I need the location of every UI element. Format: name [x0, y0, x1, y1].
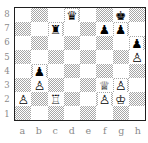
rank-label-6: 6	[4, 38, 9, 47]
square-f5[interactable]	[96, 50, 112, 64]
square-h5[interactable]: ♙	[129, 50, 145, 64]
piece-white-queen: ♕	[98, 79, 111, 92]
square-b3[interactable]: ♙	[31, 78, 47, 92]
file-label-b: b	[36, 126, 42, 136]
chess-diagram: 87654321 ♛♚♜♟♟♟♙♟♙♕♙♙♖♙♔ abcdefgh	[0, 0, 148, 143]
square-b6[interactable]	[31, 36, 47, 50]
square-a8[interactable]	[15, 8, 31, 22]
square-d1[interactable]	[64, 106, 80, 120]
square-d2[interactable]	[64, 92, 80, 106]
square-b8[interactable]	[31, 8, 47, 22]
square-f7[interactable]: ♟	[96, 22, 112, 36]
square-f4[interactable]	[96, 64, 112, 78]
square-a1[interactable]	[15, 106, 31, 120]
square-b2[interactable]	[31, 92, 47, 106]
rank-label-7: 7	[4, 24, 9, 33]
square-a6[interactable]	[15, 36, 31, 50]
rank-label-8: 8	[4, 10, 9, 19]
square-a4[interactable]	[15, 64, 31, 78]
square-a2[interactable]: ♙	[15, 92, 31, 106]
piece-white-pawn: ♙	[98, 93, 111, 106]
square-d6[interactable]	[64, 36, 80, 50]
file-label-g: g	[118, 126, 124, 136]
square-g4[interactable]	[113, 64, 129, 78]
piece-black-king: ♚	[114, 9, 127, 22]
square-h3[interactable]	[129, 78, 145, 92]
piece-white-king: ♔	[114, 93, 127, 106]
square-b5[interactable]	[31, 50, 47, 64]
square-d5[interactable]	[64, 50, 80, 64]
square-h4[interactable]	[129, 64, 145, 78]
square-f6[interactable]	[96, 36, 112, 50]
square-h2[interactable]	[129, 92, 145, 106]
square-g1[interactable]	[113, 106, 129, 120]
square-g3[interactable]: ♙	[113, 78, 129, 92]
piece-black-pawn: ♟	[114, 23, 127, 36]
square-h7[interactable]	[129, 22, 145, 36]
square-a3[interactable]	[15, 78, 31, 92]
square-f3[interactable]: ♕	[96, 78, 112, 92]
rank-label-5: 5	[4, 53, 9, 62]
square-c7[interactable]: ♜	[48, 22, 64, 36]
square-h6[interactable]: ♟	[129, 36, 145, 50]
piece-black-pawn: ♟	[130, 37, 143, 50]
square-e1[interactable]	[80, 106, 96, 120]
file-label-e: e	[85, 126, 91, 136]
square-c6[interactable]	[48, 36, 64, 50]
square-g8[interactable]: ♚	[113, 8, 129, 22]
square-b7[interactable]	[31, 22, 47, 36]
file-label-h: h	[135, 126, 141, 136]
rank-label-3: 3	[4, 81, 9, 90]
square-d8[interactable]: ♛	[64, 8, 80, 22]
square-b1[interactable]	[31, 106, 47, 120]
square-e8[interactable]	[80, 8, 96, 22]
piece-white-rook: ♖	[49, 93, 62, 106]
square-e5[interactable]	[80, 50, 96, 64]
file-label-a: a	[19, 126, 25, 136]
square-e4[interactable]	[80, 64, 96, 78]
chess-board: ♛♚♜♟♟♟♙♟♙♕♙♙♖♙♔	[15, 8, 145, 120]
rank-label-4: 4	[4, 67, 9, 76]
square-c4[interactable]	[48, 64, 64, 78]
board-frame: ♛♚♜♟♟♟♙♟♙♕♙♙♖♙♔	[14, 7, 146, 121]
square-d3[interactable]	[64, 78, 80, 92]
square-h1[interactable]	[129, 106, 145, 120]
piece-white-pawn: ♙	[33, 79, 46, 92]
square-g5[interactable]	[113, 50, 129, 64]
square-c3[interactable]	[48, 78, 64, 92]
piece-white-pawn: ♙	[130, 51, 143, 64]
square-d4[interactable]	[64, 64, 80, 78]
square-c5[interactable]	[48, 50, 64, 64]
square-a5[interactable]	[15, 50, 31, 64]
square-a7[interactable]	[15, 22, 31, 36]
square-d7[interactable]	[64, 22, 80, 36]
piece-black-pawn: ♟	[33, 65, 46, 78]
square-h8[interactable]	[129, 8, 145, 22]
file-label-c: c	[53, 126, 58, 136]
file-labels: abcdefgh	[14, 123, 146, 139]
square-e3[interactable]	[80, 78, 96, 92]
square-f1[interactable]	[96, 106, 112, 120]
square-c1[interactable]	[48, 106, 64, 120]
square-e6[interactable]	[80, 36, 96, 50]
square-f2[interactable]: ♙	[96, 92, 112, 106]
piece-black-rook: ♜	[49, 23, 62, 36]
piece-black-pawn: ♟	[98, 23, 111, 36]
rank-label-2: 2	[4, 95, 9, 104]
square-b4[interactable]: ♟	[31, 64, 47, 78]
square-g6[interactable]	[113, 36, 129, 50]
file-label-f: f	[103, 126, 107, 136]
rank-label-1: 1	[4, 110, 9, 119]
square-f8[interactable]	[96, 8, 112, 22]
piece-white-pawn: ♙	[114, 79, 127, 92]
square-g7[interactable]: ♟	[113, 22, 129, 36]
file-label-d: d	[69, 126, 75, 136]
piece-white-pawn: ♙	[17, 93, 30, 106]
square-e7[interactable]	[80, 22, 96, 36]
square-c2[interactable]: ♖	[48, 92, 64, 106]
square-e2[interactable]	[80, 92, 96, 106]
rank-labels: 87654321	[0, 7, 14, 121]
square-g2[interactable]: ♔	[113, 92, 129, 106]
square-c8[interactable]	[48, 8, 64, 22]
piece-black-queen: ♛	[65, 9, 78, 22]
